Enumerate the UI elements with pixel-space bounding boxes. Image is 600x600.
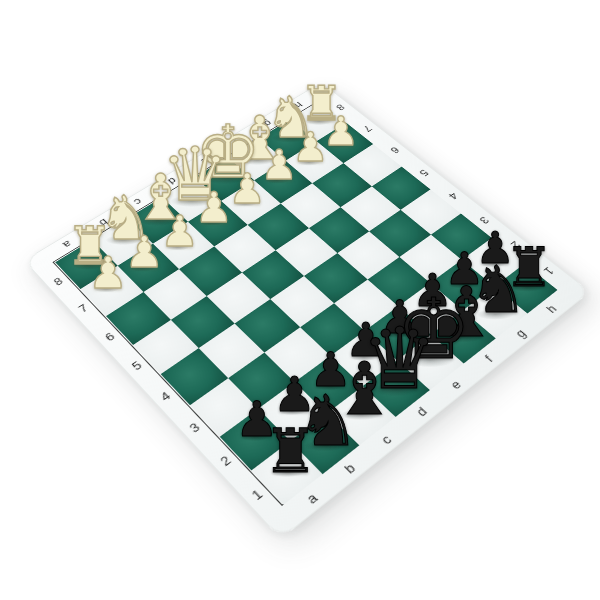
piece-black-rook-a1[interactable]: ♜: [263, 421, 317, 481]
piece-white-pawn-c7[interactable]: ♟: [160, 211, 198, 254]
piece-white-pawn-f7[interactable]: ♟: [261, 145, 298, 186]
pieces-layer: ♜♞♝♛♚♝♞♜♟♟♟♟♟♟♟♟♟♟♟♟♟♟♟♟♜♞♝♛♚♝♞♜: [0, 0, 600, 600]
piece-white-pawn-a7[interactable]: ♟: [88, 251, 128, 295]
piece-white-pawn-d7[interactable]: ♟: [195, 186, 233, 228]
piece-white-pawn-b7[interactable]: ♟: [125, 230, 164, 273]
piece-white-pawn-g7[interactable]: ♟: [292, 127, 328, 168]
product-photo-scene: abcdefgh abcdefgh 87654321 87654321 ♜♞♝♛…: [0, 0, 600, 600]
piece-white-pawn-e7[interactable]: ♟: [228, 168, 265, 210]
